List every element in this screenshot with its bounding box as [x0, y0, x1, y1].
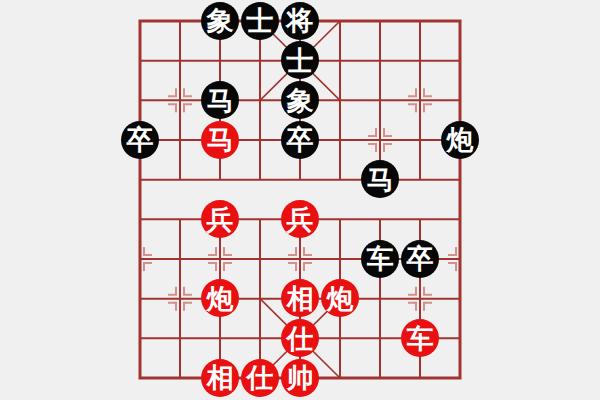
intersection-c6r9[interactable]	[360, 358, 400, 398]
intersection-c5r7[interactable]: 炮	[320, 279, 360, 319]
intersection-c1r2[interactable]	[160, 80, 200, 120]
intersection-c0r5[interactable]	[120, 199, 160, 239]
intersection-c7r7[interactable]	[400, 279, 440, 319]
piece-red-advisor[interactable]: 仕	[281, 319, 319, 357]
intersection-c1r5[interactable]	[160, 199, 200, 239]
intersection-c8r5[interactable]	[440, 199, 480, 239]
piece-black-chariot[interactable]: 车	[361, 240, 399, 278]
intersection-c3r6[interactable]	[240, 239, 280, 279]
intersection-c2r6[interactable]	[200, 239, 240, 279]
board-intersections: 象士将士马象卒马卒炮马兵兵车卒炮相炮仕车相仕帅	[120, 1, 480, 398]
intersection-c3r0[interactable]: 士	[240, 1, 280, 41]
piece-red-advisor[interactable]: 仕	[241, 359, 279, 397]
xiangqi-board: 象士将士马象卒马卒炮马兵兵车卒炮相炮仕车相仕帅	[0, 0, 600, 400]
intersection-c6r6[interactable]: 车	[360, 239, 400, 279]
intersection-c2r4[interactable]	[200, 160, 240, 200]
intersection-c5r5[interactable]	[320, 199, 360, 239]
intersection-c6r0[interactable]	[360, 1, 400, 41]
intersection-c4r9[interactable]: 帅	[280, 358, 320, 398]
intersection-c0r4[interactable]	[120, 160, 160, 200]
intersection-c0r1[interactable]	[120, 41, 160, 81]
intersection-c1r4[interactable]	[160, 160, 200, 200]
intersection-c5r1[interactable]	[320, 41, 360, 81]
intersection-c4r5[interactable]: 兵	[280, 199, 320, 239]
intersection-c7r9[interactable]	[400, 358, 440, 398]
intersection-c3r7[interactable]	[240, 279, 280, 319]
intersection-c7r5[interactable]	[400, 199, 440, 239]
piece-red-chariot[interactable]: 车	[401, 319, 439, 357]
intersection-c1r8[interactable]	[160, 318, 200, 358]
intersection-c5r0[interactable]	[320, 1, 360, 41]
piece-red-cannon[interactable]: 炮	[201, 279, 239, 317]
piece-black-elephant[interactable]: 象	[281, 81, 319, 119]
intersection-c0r3[interactable]: 卒	[120, 120, 160, 160]
intersection-c8r3[interactable]: 炮	[440, 120, 480, 160]
intersection-c1r1[interactable]	[160, 41, 200, 81]
intersection-c1r6[interactable]	[160, 239, 200, 279]
intersection-c5r9[interactable]	[320, 358, 360, 398]
intersection-c0r8[interactable]	[120, 318, 160, 358]
intersection-c4r2[interactable]: 象	[280, 80, 320, 120]
piece-black-horse[interactable]: 马	[201, 81, 239, 119]
intersection-c5r6[interactable]	[320, 239, 360, 279]
intersection-c8r2[interactable]	[440, 80, 480, 120]
intersection-c3r5[interactable]	[240, 199, 280, 239]
intersection-c6r3[interactable]	[360, 120, 400, 160]
intersection-c7r0[interactable]	[400, 1, 440, 41]
piece-black-general[interactable]: 将	[281, 2, 319, 40]
piece-black-advisor[interactable]: 士	[281, 41, 319, 79]
intersection-c1r7[interactable]	[160, 279, 200, 319]
intersection-c8r0[interactable]	[440, 1, 480, 41]
intersection-c5r4[interactable]	[320, 160, 360, 200]
piece-red-cannon[interactable]: 炮	[321, 279, 359, 317]
intersection-c4r0[interactable]: 将	[280, 1, 320, 41]
piece-black-horse[interactable]: 马	[361, 160, 399, 198]
piece-black-soldier[interactable]: 卒	[281, 121, 319, 159]
piece-red-soldier[interactable]: 兵	[281, 200, 319, 238]
intersection-c1r3[interactable]	[160, 120, 200, 160]
intersection-c0r0[interactable]	[120, 1, 160, 41]
intersection-c8r8[interactable]	[440, 318, 480, 358]
intersection-c5r2[interactable]	[320, 80, 360, 120]
intersection-c6r7[interactable]	[360, 279, 400, 319]
intersection-c2r9[interactable]: 相	[200, 358, 240, 398]
intersection-c0r7[interactable]	[120, 279, 160, 319]
intersection-c6r2[interactable]	[360, 80, 400, 120]
intersection-c4r6[interactable]	[280, 239, 320, 279]
intersection-c0r9[interactable]	[120, 358, 160, 398]
intersection-c3r1[interactable]	[240, 41, 280, 81]
intersection-c4r8[interactable]: 仕	[280, 318, 320, 358]
intersection-c8r9[interactable]	[440, 358, 480, 398]
intersection-c2r1[interactable]	[200, 41, 240, 81]
intersection-c8r7[interactable]	[440, 279, 480, 319]
intersection-c3r9[interactable]: 仕	[240, 358, 280, 398]
intersection-c7r6[interactable]: 卒	[400, 239, 440, 279]
intersection-c3r8[interactable]	[240, 318, 280, 358]
intersection-c3r3[interactable]	[240, 120, 280, 160]
intersection-c7r8[interactable]: 车	[400, 318, 440, 358]
intersection-c8r1[interactable]	[440, 41, 480, 81]
piece-red-elephant[interactable]: 相	[281, 279, 319, 317]
intersection-c6r1[interactable]	[360, 41, 400, 81]
intersection-c8r6[interactable]	[440, 239, 480, 279]
intersection-c2r2[interactable]: 马	[200, 80, 240, 120]
intersection-c7r1[interactable]	[400, 41, 440, 81]
intersection-c5r8[interactable]	[320, 318, 360, 358]
intersection-c3r2[interactable]	[240, 80, 280, 120]
intersection-c0r6[interactable]	[120, 239, 160, 279]
piece-red-soldier[interactable]: 兵	[201, 200, 239, 238]
intersection-c6r5[interactable]	[360, 199, 400, 239]
intersection-c5r3[interactable]	[320, 120, 360, 160]
piece-black-soldier[interactable]: 卒	[401, 240, 439, 278]
piece-red-elephant[interactable]: 相	[201, 359, 239, 397]
intersection-c7r2[interactable]	[400, 80, 440, 120]
intersection-c1r0[interactable]	[160, 1, 200, 41]
intersection-c6r4[interactable]: 马	[360, 160, 400, 200]
intersection-c2r8[interactable]	[200, 318, 240, 358]
piece-black-soldier[interactable]: 卒	[121, 121, 159, 159]
intersection-c8r4[interactable]	[440, 160, 480, 200]
intersection-c2r5[interactable]: 兵	[200, 199, 240, 239]
piece-black-elephant[interactable]: 象	[201, 2, 239, 40]
intersection-c2r7[interactable]: 炮	[200, 279, 240, 319]
intersection-c0r2[interactable]	[120, 80, 160, 120]
intersection-c4r7[interactable]: 相	[280, 279, 320, 319]
piece-red-general[interactable]: 帅	[281, 359, 319, 397]
intersection-c4r3[interactable]: 卒	[280, 120, 320, 160]
intersection-c1r9[interactable]	[160, 358, 200, 398]
intersection-c7r4[interactable]	[400, 160, 440, 200]
piece-black-advisor[interactable]: 士	[241, 2, 279, 40]
intersection-c6r8[interactable]	[360, 318, 400, 358]
intersection-c7r3[interactable]	[400, 120, 440, 160]
intersection-c2r0[interactable]: 象	[200, 1, 240, 41]
intersection-c3r4[interactable]	[240, 160, 280, 200]
piece-black-cannon[interactable]: 炮	[441, 121, 479, 159]
piece-red-horse[interactable]: 马	[201, 121, 239, 159]
intersection-c4r1[interactable]: 士	[280, 41, 320, 81]
intersection-c4r4[interactable]	[280, 160, 320, 200]
intersection-c2r3[interactable]: 马	[200, 120, 240, 160]
